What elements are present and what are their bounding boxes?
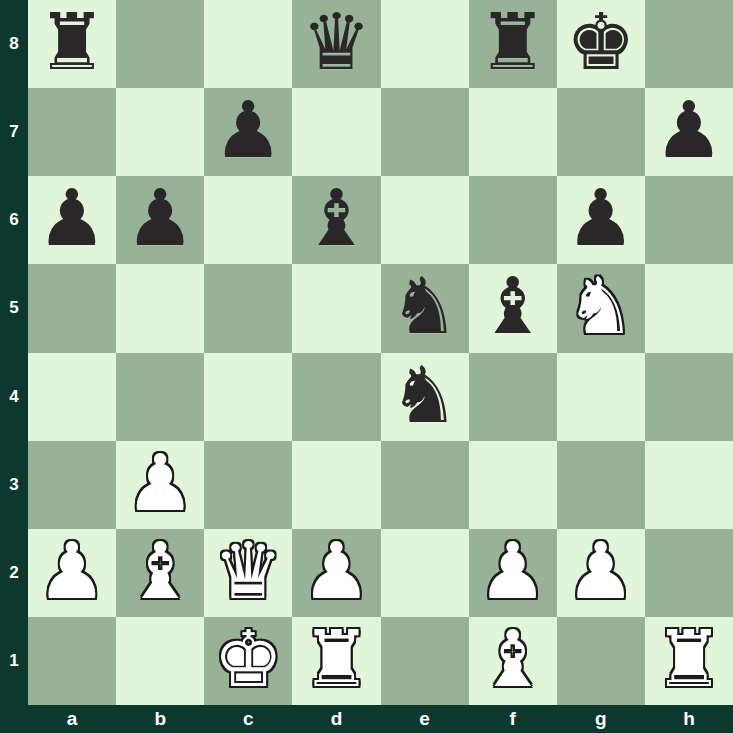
square-f8[interactable]: ♜ [469, 0, 557, 88]
black-pawn[interactable]: ♟ [125, 179, 195, 257]
white-pawn[interactable]: ♟ [301, 532, 371, 610]
board-corner [0, 705, 28, 733]
square-d6[interactable]: ♝ [292, 176, 380, 264]
white-pawn[interactable]: ♟ [125, 444, 195, 522]
square-h4[interactable] [645, 353, 733, 441]
square-g6[interactable]: ♟ [557, 176, 645, 264]
square-h8[interactable] [645, 0, 733, 88]
square-b4[interactable] [116, 353, 204, 441]
square-e7[interactable] [381, 88, 469, 176]
square-f6[interactable] [469, 176, 557, 264]
square-g4[interactable] [557, 353, 645, 441]
square-f1[interactable]: ♝ [469, 617, 557, 705]
white-pawn[interactable]: ♟ [37, 532, 107, 610]
square-g2[interactable]: ♟ [557, 529, 645, 617]
black-rook[interactable]: ♜ [37, 3, 107, 81]
square-e3[interactable] [381, 441, 469, 529]
white-pawn[interactable]: ♟ [478, 532, 548, 610]
black-pawn[interactable]: ♟ [654, 91, 724, 169]
file-label-e: e [381, 705, 469, 733]
black-pawn[interactable]: ♟ [37, 179, 107, 257]
square-h6[interactable] [645, 176, 733, 264]
black-bishop[interactable]: ♝ [478, 267, 548, 345]
chess-board: 8♜♛♜♚7♟♟6♟♟♝♟5♞♝♞4♞3♟2♟♝♛♟♟♟1♚♜♝♜abcdefg… [0, 0, 733, 733]
square-f5[interactable]: ♝ [469, 264, 557, 352]
square-f7[interactable] [469, 88, 557, 176]
square-d5[interactable] [292, 264, 380, 352]
file-label-b: b [116, 705, 204, 733]
square-e5[interactable]: ♞ [381, 264, 469, 352]
black-bishop[interactable]: ♝ [301, 179, 371, 257]
rank-label-4: 4 [0, 353, 28, 441]
square-e8[interactable] [381, 0, 469, 88]
white-queen[interactable]: ♛ [213, 532, 283, 610]
square-b8[interactable] [116, 0, 204, 88]
square-a3[interactable] [28, 441, 116, 529]
white-pawn[interactable]: ♟ [566, 532, 636, 610]
square-h5[interactable] [645, 264, 733, 352]
square-f2[interactable]: ♟ [469, 529, 557, 617]
square-c6[interactable] [204, 176, 292, 264]
square-g5[interactable]: ♞ [557, 264, 645, 352]
square-b7[interactable] [116, 88, 204, 176]
file-label-d: d [292, 705, 380, 733]
square-c5[interactable] [204, 264, 292, 352]
rank-label-8: 8 [0, 0, 28, 88]
square-d2[interactable]: ♟ [292, 529, 380, 617]
square-a8[interactable]: ♜ [28, 0, 116, 88]
square-c3[interactable] [204, 441, 292, 529]
square-b6[interactable]: ♟ [116, 176, 204, 264]
white-king[interactable]: ♚ [213, 620, 283, 698]
square-e4[interactable]: ♞ [381, 353, 469, 441]
square-c7[interactable]: ♟ [204, 88, 292, 176]
white-rook[interactable]: ♜ [301, 620, 371, 698]
rank-label-6: 6 [0, 176, 28, 264]
black-knight[interactable]: ♞ [390, 356, 460, 434]
square-b1[interactable] [116, 617, 204, 705]
white-knight[interactable]: ♞ [566, 267, 636, 345]
square-c4[interactable] [204, 353, 292, 441]
black-queen[interactable]: ♛ [301, 3, 371, 81]
square-d4[interactable] [292, 353, 380, 441]
white-rook[interactable]: ♜ [654, 620, 724, 698]
square-d8[interactable]: ♛ [292, 0, 380, 88]
square-a4[interactable] [28, 353, 116, 441]
square-a2[interactable]: ♟ [28, 529, 116, 617]
rank-label-2: 2 [0, 529, 28, 617]
black-pawn[interactable]: ♟ [213, 91, 283, 169]
rank-label-5: 5 [0, 264, 28, 352]
file-label-h: h [645, 705, 733, 733]
square-d7[interactable] [292, 88, 380, 176]
black-knight[interactable]: ♞ [390, 267, 460, 345]
rank-label-1: 1 [0, 617, 28, 705]
file-label-c: c [204, 705, 292, 733]
square-g3[interactable] [557, 441, 645, 529]
rank-label-7: 7 [0, 88, 28, 176]
square-h7[interactable]: ♟ [645, 88, 733, 176]
square-f4[interactable] [469, 353, 557, 441]
black-king[interactable]: ♚ [566, 3, 636, 81]
file-label-f: f [469, 705, 557, 733]
white-bishop[interactable]: ♝ [478, 620, 548, 698]
file-label-g: g [557, 705, 645, 733]
square-f3[interactable] [469, 441, 557, 529]
square-a7[interactable] [28, 88, 116, 176]
white-bishop[interactable]: ♝ [125, 532, 195, 610]
rank-label-3: 3 [0, 441, 28, 529]
square-h1[interactable]: ♜ [645, 617, 733, 705]
square-d3[interactable] [292, 441, 380, 529]
square-h3[interactable] [645, 441, 733, 529]
square-a5[interactable] [28, 264, 116, 352]
square-b2[interactable]: ♝ [116, 529, 204, 617]
square-b5[interactable] [116, 264, 204, 352]
square-a1[interactable] [28, 617, 116, 705]
square-c1[interactable]: ♚ [204, 617, 292, 705]
square-g7[interactable] [557, 88, 645, 176]
square-b3[interactable]: ♟ [116, 441, 204, 529]
square-d1[interactable]: ♜ [292, 617, 380, 705]
square-h2[interactable] [645, 529, 733, 617]
square-c8[interactable] [204, 0, 292, 88]
black-rook[interactable]: ♜ [478, 3, 548, 81]
square-e1[interactable] [381, 617, 469, 705]
square-a6[interactable]: ♟ [28, 176, 116, 264]
black-pawn[interactable]: ♟ [566, 179, 636, 257]
file-label-a: a [28, 705, 116, 733]
square-e2[interactable] [381, 529, 469, 617]
square-c2[interactable]: ♛ [204, 529, 292, 617]
square-g1[interactable] [557, 617, 645, 705]
square-e6[interactable] [381, 176, 469, 264]
square-g8[interactable]: ♚ [557, 0, 645, 88]
